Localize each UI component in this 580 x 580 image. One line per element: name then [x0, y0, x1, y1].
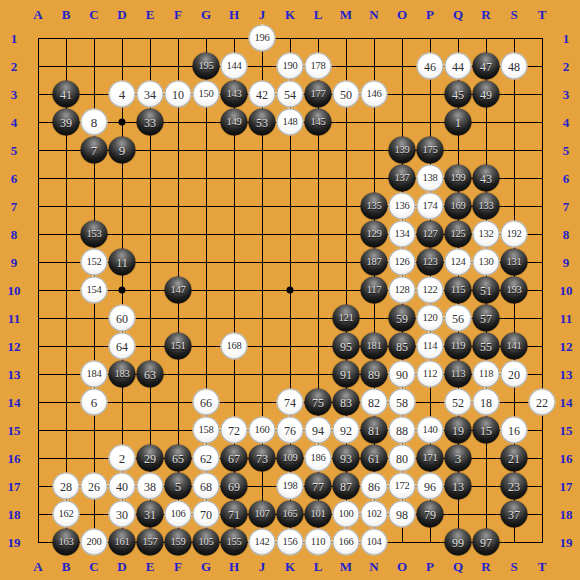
stone-move-number: 88	[396, 424, 408, 436]
column-label-top-B: B	[62, 8, 71, 21]
stone-move-number: 59	[396, 312, 408, 324]
stone-white-128-O10: 128	[389, 277, 416, 304]
stone-move-number: 47	[480, 60, 492, 72]
stone-white-86-N17: 86	[361, 473, 388, 500]
stone-move-number: 57	[480, 312, 492, 324]
stone-black-23-S17: 23	[501, 473, 528, 500]
stone-move-number: 38	[144, 480, 156, 492]
star-point-D10	[119, 287, 126, 294]
stone-move-number: 95	[340, 340, 352, 352]
stone-move-number: 169	[451, 201, 466, 212]
stone-move-number: 43	[480, 172, 492, 184]
stone-white-168-H12: 168	[221, 333, 248, 360]
stone-move-number: 96	[424, 480, 436, 492]
stone-white-64-D12: 64	[109, 333, 136, 360]
stone-move-number: 44	[452, 60, 464, 72]
stone-black-93-M16: 93	[333, 445, 360, 472]
stone-black-87-M17: 87	[333, 473, 360, 500]
board-cell	[150, 206, 178, 234]
row-label-left-12: 12	[8, 340, 21, 353]
stone-white-100-M18: 100	[333, 501, 360, 528]
stone-move-number: 48	[508, 60, 520, 72]
board-cell	[262, 178, 290, 206]
board-cell	[262, 290, 290, 318]
stone-move-number: 190	[283, 61, 298, 72]
stone-white-42-J3: 42	[249, 81, 276, 108]
stone-white-52-Q14: 52	[445, 389, 472, 416]
row-label-right-11: 11	[560, 312, 572, 325]
stone-move-number: 1	[455, 116, 462, 129]
board-cell	[206, 206, 234, 234]
stone-move-number: 97	[480, 536, 492, 548]
stone-move-number: 52	[452, 396, 464, 408]
stone-black-131-S9: 131	[501, 249, 528, 276]
stone-move-number: 28	[60, 480, 72, 492]
stone-move-number: 156	[283, 537, 298, 548]
board-cell	[38, 234, 66, 262]
board-cell	[122, 206, 150, 234]
board-cell	[94, 38, 122, 66]
stone-move-number: 143	[227, 89, 242, 100]
stone-move-number: 83	[340, 396, 352, 408]
stone-move-number: 81	[368, 424, 380, 436]
board-cell	[262, 150, 290, 178]
stone-move-number: 70	[200, 508, 212, 520]
stone-move-number: 140	[423, 425, 438, 436]
stone-black-147-F10: 147	[165, 277, 192, 304]
stone-move-number: 2	[119, 452, 126, 465]
stone-black-123-P9: 123	[417, 249, 444, 276]
stone-black-125-Q8: 125	[445, 221, 472, 248]
column-label-bottom-T: T	[538, 560, 547, 573]
stone-black-69-H17: 69	[221, 473, 248, 500]
stone-move-number: 61	[368, 452, 380, 464]
stone-move-number: 77	[312, 480, 324, 492]
stone-move-number: 155	[227, 537, 242, 548]
stone-move-number: 65	[172, 452, 184, 464]
board-cell	[346, 38, 374, 66]
stone-move-number: 98	[396, 508, 408, 520]
stone-black-61-N16: 61	[361, 445, 388, 472]
stone-move-number: 37	[508, 508, 520, 520]
board-cell	[66, 178, 94, 206]
stone-white-186-L16: 186	[305, 445, 332, 472]
board-cell	[346, 150, 374, 178]
board-cell	[38, 318, 66, 346]
stone-move-number: 68	[200, 480, 212, 492]
stone-black-137-O6: 137	[389, 165, 416, 192]
column-label-top-L: L	[314, 8, 323, 21]
board-cell	[38, 430, 66, 458]
stone-white-60-D11: 60	[109, 305, 136, 332]
stone-white-124-Q9: 124	[445, 249, 472, 276]
stone-move-number: 26	[88, 480, 100, 492]
stone-move-number: 66	[200, 396, 212, 408]
stone-white-122-P10: 122	[417, 277, 444, 304]
stone-black-73-J16: 73	[249, 445, 276, 472]
stone-move-number: 89	[368, 368, 380, 380]
column-label-top-E: E	[146, 8, 155, 21]
stone-move-number: 121	[339, 313, 354, 324]
board-cell	[318, 262, 346, 290]
row-label-left-18: 18	[8, 508, 21, 521]
row-label-left-5: 5	[11, 144, 18, 157]
row-label-left-1: 1	[11, 32, 18, 45]
stone-move-number: 58	[396, 396, 408, 408]
stone-white-16-S15: 16	[501, 417, 528, 444]
board-cell	[150, 38, 178, 66]
row-label-right-1: 1	[563, 32, 570, 45]
board-cell	[234, 262, 262, 290]
stone-move-number: 82	[368, 396, 380, 408]
column-label-bottom-A: A	[33, 560, 42, 573]
stone-move-number: 154	[87, 285, 102, 296]
stone-black-3-Q16: 3	[445, 445, 472, 472]
stone-move-number: 142	[255, 537, 270, 548]
stone-move-number: 137	[395, 173, 410, 184]
column-label-bottom-C: C	[89, 560, 98, 573]
stone-white-72-H15: 72	[221, 417, 248, 444]
stone-white-40-D17: 40	[109, 473, 136, 500]
row-label-right-18: 18	[560, 508, 573, 521]
stone-white-142-J19: 142	[249, 529, 276, 556]
column-label-top-M: M	[340, 8, 352, 21]
stone-move-number: 33	[144, 116, 156, 128]
stone-move-number: 55	[480, 340, 492, 352]
stone-white-152-C9: 152	[81, 249, 108, 276]
column-label-top-G: G	[201, 8, 211, 21]
stone-black-101-L18: 101	[305, 501, 332, 528]
stone-white-126-O9: 126	[389, 249, 416, 276]
board-cell	[402, 94, 430, 122]
stone-black-5-F17: 5	[165, 473, 192, 500]
stone-move-number: 120	[423, 313, 438, 324]
column-label-bottom-G: G	[201, 560, 211, 573]
stone-white-144-H2: 144	[221, 53, 248, 80]
stone-move-number: 54	[284, 88, 296, 100]
stone-move-number: 41	[60, 88, 72, 100]
stone-black-141-S12: 141	[501, 333, 528, 360]
stone-white-102-N18: 102	[361, 501, 388, 528]
stone-move-number: 109	[283, 453, 298, 464]
row-label-right-4: 4	[563, 116, 570, 129]
stone-move-number: 4	[119, 88, 126, 101]
stone-black-155-H19: 155	[221, 529, 248, 556]
stone-move-number: 125	[451, 229, 466, 240]
row-label-right-7: 7	[563, 200, 570, 213]
board-cell	[150, 402, 178, 430]
row-label-left-10: 10	[8, 284, 21, 297]
board-cell	[206, 290, 234, 318]
column-label-bottom-O: O	[397, 560, 407, 573]
board-cell	[94, 178, 122, 206]
stone-black-81-N15: 81	[361, 417, 388, 444]
board-cell	[38, 346, 66, 374]
board-cell	[234, 374, 262, 402]
stone-move-number: 134	[395, 229, 410, 240]
row-label-left-19: 19	[8, 536, 21, 549]
column-label-bottom-B: B	[62, 560, 71, 573]
stone-move-number: 86	[368, 480, 380, 492]
stone-black-71-H18: 71	[221, 501, 248, 528]
board-cell	[150, 178, 178, 206]
stone-black-157-E19: 157	[137, 529, 164, 556]
row-label-right-6: 6	[563, 172, 570, 185]
board-cell	[150, 150, 178, 178]
stone-black-119-Q12: 119	[445, 333, 472, 360]
stone-black-55-R12: 55	[473, 333, 500, 360]
stone-black-143-H3: 143	[221, 81, 248, 108]
stone-move-number: 178	[311, 61, 326, 72]
column-label-top-F: F	[174, 8, 182, 21]
stone-move-number: 144	[227, 61, 242, 72]
stone-black-15-R15: 15	[473, 417, 500, 444]
stone-move-number: 93	[340, 452, 352, 464]
stone-move-number: 129	[367, 229, 382, 240]
board-cell	[262, 262, 290, 290]
stone-move-number: 147	[171, 285, 186, 296]
stone-move-number: 69	[228, 480, 240, 492]
board-cell	[290, 318, 318, 346]
board-cell	[38, 150, 66, 178]
column-label-top-J: J	[259, 8, 266, 21]
stone-move-number: 92	[340, 424, 352, 436]
stone-move-number: 56	[452, 312, 464, 324]
stone-black-159-F19: 159	[165, 529, 192, 556]
stone-white-82-N14: 82	[361, 389, 388, 416]
stone-white-46-P2: 46	[417, 53, 444, 80]
column-label-top-C: C	[89, 8, 98, 21]
row-label-left-17: 17	[8, 480, 21, 493]
row-label-left-8: 8	[11, 228, 18, 241]
stone-move-number: 63	[144, 368, 156, 380]
stone-move-number: 16	[508, 424, 520, 436]
stone-move-number: 139	[395, 145, 410, 156]
stone-black-181-N12: 181	[361, 333, 388, 360]
column-label-bottom-M: M	[340, 560, 352, 573]
stone-white-92-M15: 92	[333, 417, 360, 444]
stone-white-118-R13: 118	[473, 361, 500, 388]
stone-white-18-R14: 18	[473, 389, 500, 416]
stone-move-number: 200	[87, 537, 102, 548]
column-label-top-K: K	[285, 8, 295, 21]
stone-move-number: 136	[395, 201, 410, 212]
row-label-left-14: 14	[8, 396, 21, 409]
stone-move-number: 165	[283, 509, 298, 520]
board-cell	[178, 122, 206, 150]
stone-move-number: 11	[116, 256, 128, 268]
stone-black-97-R19: 97	[473, 529, 500, 556]
row-label-right-10: 10	[560, 284, 573, 297]
stone-white-138-P6: 138	[417, 165, 444, 192]
column-label-bottom-S: S	[510, 560, 517, 573]
stone-move-number: 150	[199, 89, 214, 100]
column-label-bottom-K: K	[285, 560, 295, 573]
board-cell	[122, 38, 150, 66]
stone-black-59-O11: 59	[389, 305, 416, 332]
row-label-left-9: 9	[11, 256, 18, 269]
stone-move-number: 152	[87, 257, 102, 268]
column-label-top-A: A	[33, 8, 42, 21]
stone-move-number: 10	[172, 88, 184, 100]
board-cell	[234, 150, 262, 178]
stone-black-85-O12: 85	[389, 333, 416, 360]
stone-move-number: 101	[311, 509, 326, 520]
board-cell	[206, 150, 234, 178]
board-cell	[262, 206, 290, 234]
stone-move-number: 181	[367, 341, 382, 352]
stone-white-20-S13: 20	[501, 361, 528, 388]
stone-move-number: 192	[507, 229, 522, 240]
stone-black-53-J4: 53	[249, 109, 276, 136]
board-cell	[206, 262, 234, 290]
board-cell	[318, 150, 346, 178]
stone-white-132-R8: 132	[473, 221, 500, 248]
stone-move-number: 112	[423, 369, 437, 380]
board-cell	[318, 234, 346, 262]
column-label-bottom-E: E	[146, 560, 155, 573]
stone-move-number: 13	[452, 480, 464, 492]
stone-move-number: 85	[396, 340, 408, 352]
stone-move-number: 90	[396, 368, 408, 380]
stone-move-number: 73	[256, 452, 268, 464]
stone-white-192-S8: 192	[501, 221, 528, 248]
board-cell	[514, 122, 542, 150]
row-label-left-2: 2	[11, 60, 18, 73]
stone-white-174-P7: 174	[417, 193, 444, 220]
board-cell	[38, 262, 66, 290]
board-cell	[38, 290, 66, 318]
row-label-right-15: 15	[560, 424, 573, 437]
board-cell	[514, 150, 542, 178]
stone-move-number: 159	[171, 537, 186, 548]
column-label-top-P: P	[426, 8, 434, 21]
stone-move-number: 72	[228, 424, 240, 436]
stone-white-120-P11: 120	[417, 305, 444, 332]
column-label-top-D: D	[117, 8, 126, 21]
stone-move-number: 62	[200, 452, 212, 464]
stone-move-number: 34	[144, 88, 156, 100]
stone-move-number: 39	[60, 116, 72, 128]
stone-black-7-C5: 7	[81, 137, 108, 164]
stone-black-171-P16: 171	[417, 445, 444, 472]
board-cell	[290, 150, 318, 178]
stone-move-number: 177	[311, 89, 326, 100]
stone-white-106-F18: 106	[165, 501, 192, 528]
row-label-right-3: 3	[563, 88, 570, 101]
stone-black-41-B3: 41	[53, 81, 80, 108]
stone-black-39-B4: 39	[53, 109, 80, 136]
stone-move-number: 186	[311, 453, 326, 464]
column-label-top-O: O	[397, 8, 407, 21]
stone-move-number: 117	[367, 285, 381, 296]
column-label-bottom-Q: Q	[453, 560, 463, 573]
stone-move-number: 22	[536, 396, 548, 408]
stone-white-190-K2: 190	[277, 53, 304, 80]
stone-white-38-E17: 38	[137, 473, 164, 500]
stone-white-130-R9: 130	[473, 249, 500, 276]
stone-black-193-S10: 193	[501, 277, 528, 304]
row-label-left-13: 13	[8, 368, 21, 381]
stone-white-6-C14: 6	[81, 389, 108, 416]
stone-move-number: 9	[119, 144, 126, 157]
stone-black-127-P8: 127	[417, 221, 444, 248]
stone-white-66-G14: 66	[193, 389, 220, 416]
board-cell	[122, 402, 150, 430]
board-cell	[178, 150, 206, 178]
stone-black-51-R10: 51	[473, 277, 500, 304]
stone-move-number: 141	[507, 341, 522, 352]
stone-move-number: 195	[199, 61, 214, 72]
stone-white-178-L2: 178	[305, 53, 332, 80]
stone-white-154-C10: 154	[81, 277, 108, 304]
stone-black-75-L14: 75	[305, 389, 332, 416]
row-label-right-12: 12	[560, 340, 573, 353]
stone-black-177-L3: 177	[305, 81, 332, 108]
stone-black-13-Q17: 13	[445, 473, 472, 500]
column-label-bottom-P: P	[426, 560, 434, 573]
stone-black-163-B19: 163	[53, 529, 80, 556]
board-cell	[318, 178, 346, 206]
stone-white-196-J1: 196	[249, 25, 276, 52]
stone-move-number: 114	[423, 341, 437, 352]
board-cell	[38, 38, 66, 66]
stone-move-number: 91	[340, 368, 352, 380]
stone-white-4-D3: 4	[109, 81, 136, 108]
stone-move-number: 153	[87, 229, 102, 240]
row-label-left-3: 3	[11, 88, 18, 101]
stone-move-number: 45	[452, 88, 464, 100]
stone-move-number: 138	[423, 173, 438, 184]
column-label-top-T: T	[538, 8, 547, 21]
stone-white-62-G16: 62	[193, 445, 220, 472]
stone-move-number: 161	[115, 537, 130, 548]
star-point-D4	[119, 119, 126, 126]
stone-white-88-O15: 88	[389, 417, 416, 444]
stone-black-169-Q7: 169	[445, 193, 472, 220]
stone-move-number: 162	[59, 509, 74, 520]
stone-black-149-H4: 149	[221, 109, 248, 136]
stone-black-151-F12: 151	[165, 333, 192, 360]
stone-black-195-G2: 195	[193, 53, 220, 80]
stone-white-8-C4: 8	[81, 109, 108, 136]
board-cell	[38, 402, 66, 430]
stone-white-134-O8: 134	[389, 221, 416, 248]
stone-move-number: 94	[312, 424, 324, 436]
stone-move-number: 46	[424, 60, 436, 72]
stone-black-77-L17: 77	[305, 473, 332, 500]
stone-white-200-C19: 200	[81, 529, 108, 556]
stone-move-number: 51	[480, 284, 492, 296]
stone-black-49-R3: 49	[473, 81, 500, 108]
column-label-top-N: N	[369, 8, 378, 21]
stone-move-number: 196	[255, 33, 270, 44]
stone-move-number: 148	[283, 117, 298, 128]
row-label-left-11: 11	[8, 312, 20, 325]
stone-black-37-S18: 37	[501, 501, 528, 528]
stone-white-158-G15: 158	[193, 417, 220, 444]
stone-white-184-C13: 184	[81, 361, 108, 388]
stone-move-number: 113	[451, 369, 465, 380]
board-cell	[290, 206, 318, 234]
stone-move-number: 18	[480, 396, 492, 408]
row-label-right-5: 5	[563, 144, 570, 157]
board-cell	[38, 178, 66, 206]
stone-move-number: 30	[116, 508, 128, 520]
stone-move-number: 130	[479, 257, 494, 268]
board-cell	[234, 234, 262, 262]
stone-move-number: 53	[256, 116, 268, 128]
